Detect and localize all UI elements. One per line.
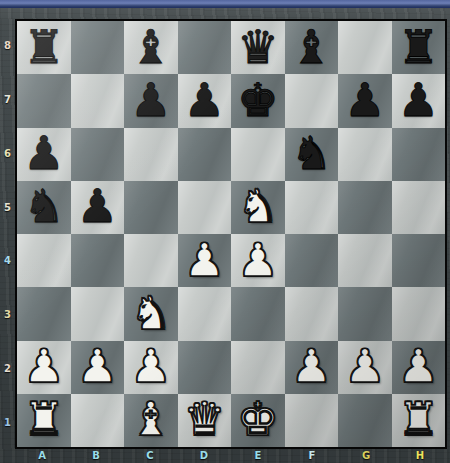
white-knight[interactable]: ♞ [237, 183, 278, 229]
square-c8[interactable]: ♝ [124, 21, 178, 74]
square-g3[interactable] [338, 287, 392, 340]
square-c2[interactable]: ♟ [124, 341, 178, 394]
black-pawn[interactable]: ♟ [130, 77, 171, 123]
file-label-g: G [339, 449, 393, 463]
white-pawn[interactable]: ♟ [291, 343, 332, 389]
square-d6[interactable] [178, 128, 232, 181]
square-g1[interactable] [338, 394, 392, 447]
file-label-f: F [285, 449, 339, 463]
square-h2[interactable]: ♟ [392, 341, 446, 394]
square-a1[interactable]: ♜ [17, 394, 71, 447]
white-pawn[interactable]: ♟ [77, 343, 118, 389]
square-c4[interactable] [124, 234, 178, 287]
white-pawn[interactable]: ♟ [237, 237, 278, 283]
square-d7[interactable]: ♟ [178, 74, 232, 127]
square-b8[interactable] [71, 21, 125, 74]
white-king[interactable]: ♚ [237, 396, 278, 442]
black-knight[interactable]: ♞ [291, 130, 332, 176]
square-a2[interactable]: ♟ [17, 341, 71, 394]
square-g7[interactable]: ♟ [338, 74, 392, 127]
square-g4[interactable] [338, 234, 392, 287]
square-d5[interactable] [178, 181, 232, 234]
square-e1[interactable]: ♚ [231, 394, 285, 447]
square-b7[interactable] [71, 74, 125, 127]
square-f2[interactable]: ♟ [285, 341, 339, 394]
black-bishop[interactable]: ♝ [291, 24, 332, 70]
black-pawn[interactable]: ♟ [398, 77, 439, 123]
square-c3[interactable]: ♞ [124, 287, 178, 340]
square-e4[interactable]: ♟ [231, 234, 285, 287]
square-c1[interactable]: ♝ [124, 394, 178, 447]
white-pawn[interactable]: ♟ [344, 343, 385, 389]
chess-board-window: 87654321 ♜♝♛♝♜♟♟♚♟♟♟♞♞♟♞♟♟♞♟♟♟♟♟♟♜♝♛♚♜ A… [0, 0, 450, 463]
black-bishop[interactable]: ♝ [130, 24, 171, 70]
square-e2[interactable] [231, 341, 285, 394]
square-g6[interactable] [338, 128, 392, 181]
file-label-b: B [69, 449, 123, 463]
black-knight[interactable]: ♞ [23, 183, 64, 229]
square-b3[interactable] [71, 287, 125, 340]
square-a3[interactable] [17, 287, 71, 340]
black-pawn[interactable]: ♟ [23, 130, 64, 176]
black-pawn[interactable]: ♟ [77, 183, 118, 229]
square-f8[interactable]: ♝ [285, 21, 339, 74]
square-f1[interactable] [285, 394, 339, 447]
square-d8[interactable] [178, 21, 232, 74]
square-h5[interactable] [392, 181, 446, 234]
file-label-a: A [15, 449, 69, 463]
square-h4[interactable] [392, 234, 446, 287]
black-queen[interactable]: ♛ [237, 24, 278, 70]
window-top-strip [0, 0, 450, 8]
square-b5[interactable]: ♟ [71, 181, 125, 234]
white-pawn[interactable]: ♟ [398, 343, 439, 389]
white-knight[interactable]: ♞ [130, 290, 171, 336]
square-f4[interactable] [285, 234, 339, 287]
square-e7[interactable]: ♚ [231, 74, 285, 127]
square-b6[interactable] [71, 128, 125, 181]
white-pawn[interactable]: ♟ [184, 237, 225, 283]
black-rook[interactable]: ♜ [23, 24, 64, 70]
black-pawn[interactable]: ♟ [344, 77, 385, 123]
black-king[interactable]: ♚ [237, 77, 278, 123]
rank-label-1: 1 [0, 395, 15, 449]
black-rook[interactable]: ♜ [398, 24, 439, 70]
square-b2[interactable]: ♟ [71, 341, 125, 394]
square-c7[interactable]: ♟ [124, 74, 178, 127]
square-h6[interactable] [392, 128, 446, 181]
square-e8[interactable]: ♛ [231, 21, 285, 74]
white-pawn[interactable]: ♟ [130, 343, 171, 389]
square-d4[interactable]: ♟ [178, 234, 232, 287]
white-rook[interactable]: ♜ [398, 396, 439, 442]
square-d3[interactable] [178, 287, 232, 340]
square-h8[interactable]: ♜ [392, 21, 446, 74]
square-b1[interactable] [71, 394, 125, 447]
square-e5[interactable]: ♞ [231, 181, 285, 234]
square-f3[interactable] [285, 287, 339, 340]
square-b4[interactable] [71, 234, 125, 287]
rank-label-3: 3 [0, 288, 15, 342]
rank-label-8: 8 [0, 19, 15, 73]
file-label-c: C [123, 449, 177, 463]
square-a4[interactable] [17, 234, 71, 287]
rank-labels: 87654321 [0, 19, 15, 449]
file-labels: ABCDEFGH [15, 449, 447, 463]
rank-label-2: 2 [0, 342, 15, 396]
square-a6[interactable]: ♟ [17, 128, 71, 181]
square-c5[interactable] [124, 181, 178, 234]
square-h7[interactable]: ♟ [392, 74, 446, 127]
file-label-e: E [231, 449, 285, 463]
rank-label-5: 5 [0, 180, 15, 234]
square-h1[interactable]: ♜ [392, 394, 446, 447]
white-queen[interactable]: ♛ [184, 396, 225, 442]
square-g2[interactable]: ♟ [338, 341, 392, 394]
square-f5[interactable] [285, 181, 339, 234]
square-h3[interactable] [392, 287, 446, 340]
file-label-d: D [177, 449, 231, 463]
white-pawn[interactable]: ♟ [23, 343, 64, 389]
square-a7[interactable] [17, 74, 71, 127]
rank-label-4: 4 [0, 234, 15, 288]
square-d1[interactable]: ♛ [178, 394, 232, 447]
square-a8[interactable]: ♜ [17, 21, 71, 74]
square-e6[interactable] [231, 128, 285, 181]
square-a5[interactable]: ♞ [17, 181, 71, 234]
rank-label-7: 7 [0, 73, 15, 127]
white-bishop[interactable]: ♝ [130, 396, 171, 442]
file-label-h: H [393, 449, 447, 463]
square-g8[interactable] [338, 21, 392, 74]
square-f7[interactable] [285, 74, 339, 127]
square-d2[interactable] [178, 341, 232, 394]
black-pawn[interactable]: ♟ [184, 77, 225, 123]
square-g5[interactable] [338, 181, 392, 234]
square-e3[interactable] [231, 287, 285, 340]
rank-label-6: 6 [0, 127, 15, 181]
square-c6[interactable] [124, 128, 178, 181]
square-f6[interactable]: ♞ [285, 128, 339, 181]
white-rook[interactable]: ♜ [23, 396, 64, 442]
board[interactable]: ♜♝♛♝♜♟♟♚♟♟♟♞♞♟♞♟♟♞♟♟♟♟♟♟♜♝♛♚♜ [15, 19, 447, 449]
